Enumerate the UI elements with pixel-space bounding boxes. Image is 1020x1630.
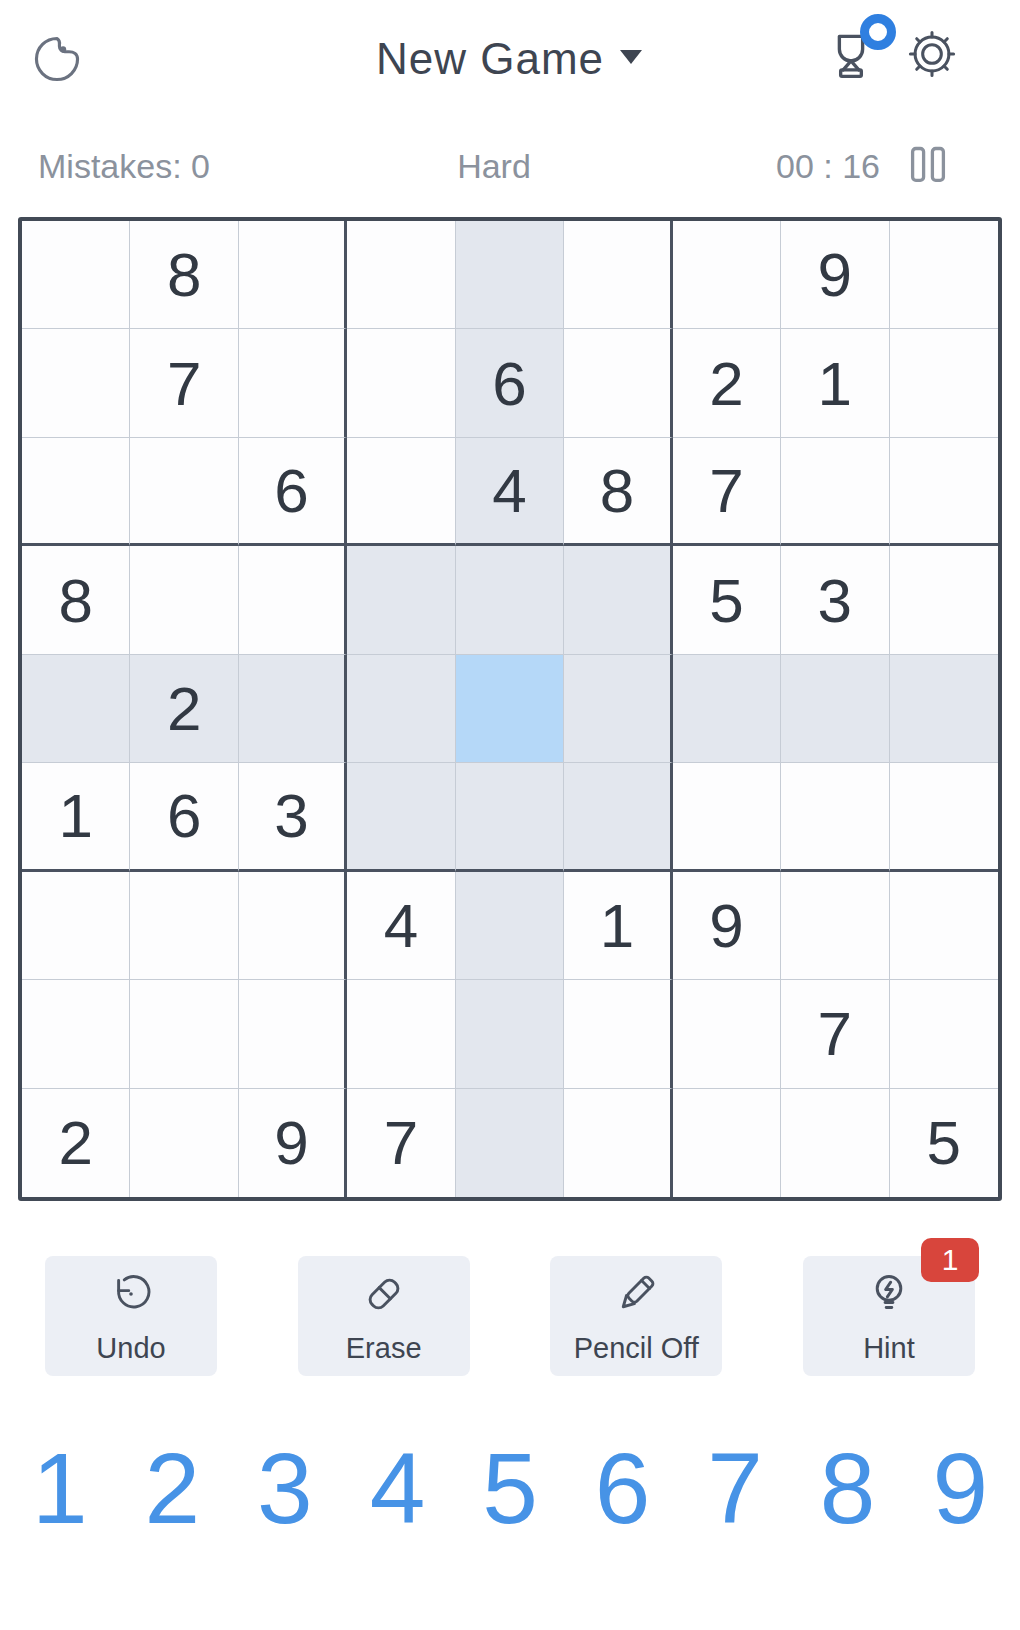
erase-button[interactable]: Erase — [298, 1256, 470, 1376]
gear-icon — [904, 70, 960, 85]
hint-label: Hint — [863, 1332, 915, 1365]
mistakes-counter: Mistakes: 0 — [38, 147, 457, 186]
pencil-label: Pencil Off — [574, 1332, 699, 1365]
cell-r7c6[interactable]: 1 — [564, 872, 672, 980]
cell-r9c2[interactable] — [130, 1089, 238, 1197]
cell-r5c5[interactable] — [456, 655, 564, 763]
cell-r9c9[interactable]: 5 — [890, 1089, 998, 1197]
cell-r2c4[interactable] — [347, 329, 455, 437]
cell-r6c8[interactable] — [781, 763, 889, 871]
numpad-key-7[interactable]: 7 — [707, 1438, 763, 1538]
numpad-key-3[interactable]: 3 — [257, 1438, 313, 1538]
cell-r8c5[interactable] — [456, 980, 564, 1088]
cell-r2c9[interactable] — [890, 329, 998, 437]
page-title: New Game — [376, 34, 604, 84]
cell-r9c7[interactable] — [673, 1089, 781, 1197]
cell-r3c3[interactable]: 6 — [239, 438, 347, 546]
trophy-icon — [820, 76, 882, 91]
cell-r2c8[interactable]: 1 — [781, 329, 889, 437]
cell-r6c6[interactable] — [564, 763, 672, 871]
cell-r1c8[interactable]: 9 — [781, 221, 889, 329]
sudoku-board: 8976216487853216341972975 — [18, 217, 1002, 1201]
cell-r7c5[interactable] — [456, 872, 564, 980]
cell-r8c2[interactable] — [130, 980, 238, 1088]
cell-r8c7[interactable] — [673, 980, 781, 1088]
undo-icon — [104, 1267, 158, 1324]
cell-r8c4[interactable] — [347, 980, 455, 1088]
cell-r5c2[interactable]: 2 — [130, 655, 238, 763]
numpad-key-2[interactable]: 2 — [145, 1438, 201, 1538]
cell-r7c7[interactable]: 9 — [673, 872, 781, 980]
cell-r5c7[interactable] — [673, 655, 781, 763]
cell-r9c8[interactable] — [781, 1089, 889, 1197]
cell-r7c8[interactable] — [781, 872, 889, 980]
cell-r2c6[interactable] — [564, 329, 672, 437]
cell-r1c4[interactable] — [347, 221, 455, 329]
cell-r6c3[interactable]: 3 — [239, 763, 347, 871]
cell-r1c5[interactable] — [456, 221, 564, 329]
cell-r1c6[interactable] — [564, 221, 672, 329]
cell-r1c7[interactable] — [673, 221, 781, 329]
undo-label: Undo — [96, 1332, 165, 1365]
cell-r7c2[interactable] — [130, 872, 238, 980]
settings-button[interactable] — [904, 26, 960, 85]
cell-r9c4[interactable]: 7 — [347, 1089, 455, 1197]
cell-r6c9[interactable] — [890, 763, 998, 871]
cell-r1c1[interactable] — [22, 221, 130, 329]
pencil-toggle-button[interactable]: Pencil Off — [550, 1256, 722, 1376]
numpad-key-6[interactable]: 6 — [595, 1438, 651, 1538]
cell-r4c5[interactable] — [456, 546, 564, 654]
hint-button[interactable]: Hint 1 — [803, 1256, 975, 1376]
cell-r3c1[interactable] — [22, 438, 130, 546]
cell-r4c4[interactable] — [347, 546, 455, 654]
cell-r7c1[interactable] — [22, 872, 130, 980]
cell-r2c2[interactable]: 7 — [130, 329, 238, 437]
numpad: 123456789 — [0, 1438, 1020, 1538]
cell-r8c6[interactable] — [564, 980, 672, 1088]
cell-r2c3[interactable] — [239, 329, 347, 437]
cell-r4c1[interactable]: 8 — [22, 546, 130, 654]
sudoku-app: New Game — [0, 0, 1020, 1630]
cell-r1c3[interactable] — [239, 221, 347, 329]
cell-r7c3[interactable] — [239, 872, 347, 980]
cell-r5c8[interactable] — [781, 655, 889, 763]
cell-r8c3[interactable] — [239, 980, 347, 1088]
toolbar: Undo Erase — [0, 1256, 1020, 1376]
cell-r3c4[interactable] — [347, 438, 455, 546]
trophy-button[interactable] — [820, 26, 882, 91]
cell-r6c1[interactable]: 1 — [22, 763, 130, 871]
cell-r3c9[interactable] — [890, 438, 998, 546]
trophy-notification-badge — [860, 14, 896, 50]
cell-r6c5[interactable] — [456, 763, 564, 871]
cell-r3c5[interactable]: 4 — [456, 438, 564, 546]
undo-button[interactable]: Undo — [45, 1256, 217, 1376]
cell-r5c4[interactable] — [347, 655, 455, 763]
cell-r8c8[interactable]: 7 — [781, 980, 889, 1088]
cell-r4c8[interactable]: 3 — [781, 546, 889, 654]
cell-r3c2[interactable] — [130, 438, 238, 546]
cell-r9c6[interactable] — [564, 1089, 672, 1197]
cell-r7c9[interactable] — [890, 872, 998, 980]
eraser-icon — [357, 1267, 411, 1324]
cell-r2c7[interactable]: 2 — [673, 329, 781, 437]
status-bar: Mistakes: 0 Hard 00 : 16 — [0, 144, 1020, 189]
numpad-key-4[interactable]: 4 — [370, 1438, 426, 1538]
numpad-key-8[interactable]: 8 — [820, 1438, 876, 1538]
numpad-key-1[interactable]: 1 — [32, 1438, 88, 1538]
erase-label: Erase — [346, 1332, 422, 1365]
top-bar: New Game — [0, 0, 1020, 100]
timer: 00 : 16 — [776, 147, 880, 186]
cell-r4c9[interactable] — [890, 546, 998, 654]
cell-r4c2[interactable] — [130, 546, 238, 654]
difficulty-label: Hard — [457, 147, 531, 186]
numpad-key-9[interactable]: 9 — [932, 1438, 988, 1538]
cell-r4c6[interactable] — [564, 546, 672, 654]
cell-r2c5[interactable]: 6 — [456, 329, 564, 437]
numpad-key-5[interactable]: 5 — [482, 1438, 538, 1538]
cell-r2c1[interactable] — [22, 329, 130, 437]
cell-r6c2[interactable]: 6 — [130, 763, 238, 871]
cell-r5c1[interactable] — [22, 655, 130, 763]
caret-down-icon — [618, 47, 644, 71]
hint-count-badge: 1 — [921, 1238, 979, 1282]
cell-r7c4[interactable]: 4 — [347, 872, 455, 980]
cell-r4c7[interactable]: 5 — [673, 546, 781, 654]
cell-r3c6[interactable]: 8 — [564, 438, 672, 546]
cell-r6c4[interactable] — [347, 763, 455, 871]
cell-r5c6[interactable] — [564, 655, 672, 763]
cell-r3c7[interactable]: 7 — [673, 438, 781, 546]
cell-r8c9[interactable] — [890, 980, 998, 1088]
cell-r5c3[interactable] — [239, 655, 347, 763]
cell-r8c1[interactable] — [22, 980, 130, 1088]
top-right-icons — [820, 26, 960, 91]
cell-r5c9[interactable] — [890, 655, 998, 763]
cell-r9c5[interactable] — [456, 1089, 564, 1197]
cell-r3c8[interactable] — [781, 438, 889, 546]
pencil-icon — [609, 1267, 663, 1324]
cell-r9c1[interactable]: 2 — [22, 1089, 130, 1197]
pause-button[interactable] — [906, 144, 950, 189]
pause-icon — [906, 174, 950, 189]
cell-r4c3[interactable] — [239, 546, 347, 654]
cell-r6c7[interactable] — [673, 763, 781, 871]
cell-r1c9[interactable] — [890, 221, 998, 329]
lightbulb-icon — [862, 1267, 916, 1324]
cell-r1c2[interactable]: 8 — [130, 221, 238, 329]
cell-r9c3[interactable]: 9 — [239, 1089, 347, 1197]
